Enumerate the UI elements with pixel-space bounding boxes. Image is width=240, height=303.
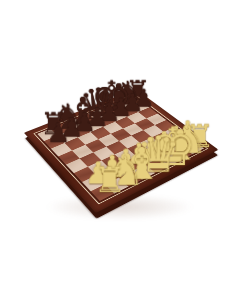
chess-board-scene: ♜♞♟♝♟♚♟♛♟♝♟♞♟♟♜♟♟♜♟♟♞♟♝♟♚♟♛♟♝♟♞♜ <box>49 71 189 211</box>
product-photo[interactable]: ♜♞♟♝♟♚♟♛♟♝♟♞♟♟♜♟♟♜♟♟♞♟♝♟♚♟♛♟♝♟♞♜ <box>0 0 240 303</box>
piece-white-rook-a1: ♜ <box>94 163 111 198</box>
piece-black-pawn-a7: ♟ <box>47 119 62 146</box>
piece-layer: ♜♞♟♝♟♚♟♛♟♝♟♞♟♟♜♟♟♜♟♟♞♟♝♟♚♟♛♟♝♟♞♜ <box>37 96 204 201</box>
